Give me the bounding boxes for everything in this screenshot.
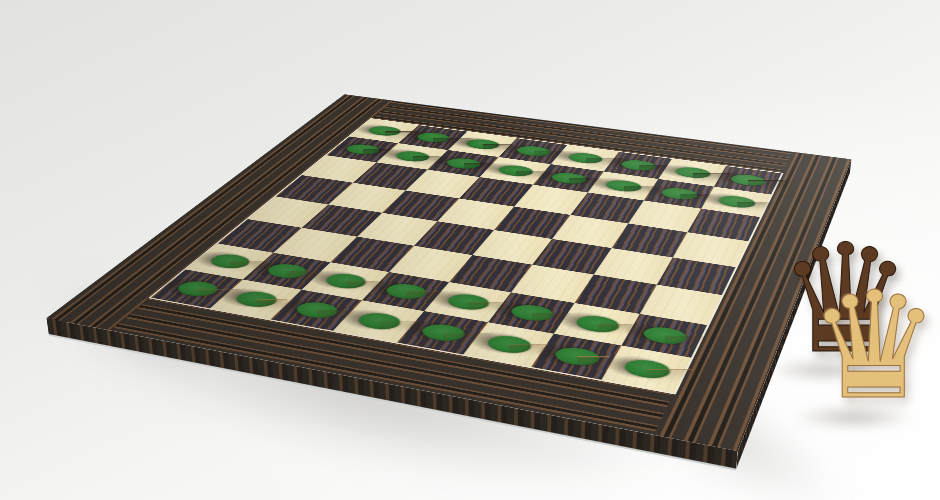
piece-felt-base [673,166,713,180]
piece-felt-base [565,152,605,165]
studio-backdrop: ♜♞♝♛♚♝♞♜♟♟♟♟♟♟♟♟♟♟♟♟♟♟♟♟♜♞♝♛♚♝♞♜ ♛ ♛ [0,0,940,500]
chessboard: ♜♞♝♛♚♝♞♜♟♟♟♟♟♟♟♟♟♟♟♟♟♟♟♟♜♞♝♛♚♝♞♜ [47,95,852,451]
piece-felt-base [548,171,589,185]
piece-felt-base [716,194,758,209]
piece-felt-base [659,186,701,201]
piece-felt-base [618,159,658,173]
piece-felt-base [463,138,503,151]
piece-felt-base [728,173,768,187]
piece-felt-base [603,179,644,194]
extra-light-queen-glyph: ♛ [808,272,940,420]
white-rook-glyph: ♜ [576,234,718,392]
